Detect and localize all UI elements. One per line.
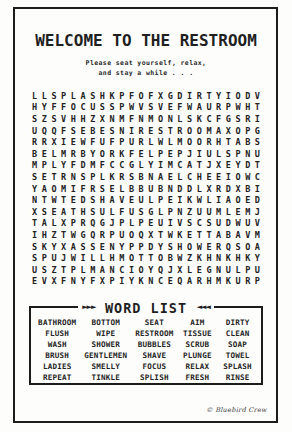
grid-cell: O [194,136,204,148]
grid-cell: S [88,206,98,218]
grid-cell: D [224,183,234,195]
grid-cell: J [253,206,263,218]
grid-cell: T [69,206,79,218]
grid-cell: L [194,183,204,195]
grid-cell: D [175,183,185,195]
grid-cell: Y [146,264,156,276]
grid-cell: O [98,148,108,160]
word-list-item: SPLASH [217,361,258,372]
subtitle-line2: and stay a while . . . [0,68,292,78]
grid-cell: Q [88,218,98,230]
grid-cell: W [194,241,204,253]
grid-cell: S [98,102,108,114]
grid-cell: E [127,194,137,206]
grid-cell: Z [49,229,59,241]
grid-cell: F [117,206,127,218]
grid-cell: U [253,264,263,276]
grid-cell: S [253,136,263,148]
grid-cell: Q [88,229,98,241]
grid-cell: O [185,241,195,253]
word-list-item: SHOWER [80,339,131,350]
grid-cell: U [30,264,40,276]
grid-cell: E [204,241,214,253]
grid-cell: A [39,183,49,195]
grid-cell: I [253,113,263,125]
word-list-item: GENTLEMEN [80,350,131,361]
grid-cell: S [78,241,88,253]
grid-cell: R [30,136,40,148]
grid-cell: S [39,206,49,218]
grid-cell: F [49,102,59,114]
word-list-item: TOWEL [217,350,258,361]
grid-cell: Q [39,125,49,137]
grid-cell: V [156,102,166,114]
grid-cell: V [117,194,127,206]
word-list-item: SHAVE [131,350,177,361]
grid-cell: F [146,90,156,102]
grid-cell: S [107,125,117,137]
grid-cell: E [107,183,117,195]
grid-cell: A [39,218,49,230]
grid-cell: N [165,113,175,125]
grid-cell: G [165,90,175,102]
grid-cell: R [59,171,69,183]
grid-cell: U [194,206,204,218]
grid-cell: S [88,194,98,206]
grid-cell: G [253,125,263,137]
grid-cell: L [175,171,185,183]
arrows-right-icon: ►►► [82,303,95,311]
grid-cell: F [127,90,137,102]
grid-cell: O [127,252,137,264]
grid-cell: L [88,252,98,264]
grid-cell: N [69,276,79,288]
word-list-item: CLEAN [217,328,258,339]
grid-cell: A [156,171,166,183]
grid-cell: B [78,148,88,160]
grid-cell: K [194,252,204,264]
grid-cell: S [136,206,146,218]
grid-cell: E [165,148,175,160]
grid-cell: P [88,171,98,183]
grid-cell: F [78,183,88,195]
grid-cell: R [98,229,108,241]
grid-cell: O [69,102,79,114]
grid-cell: S [69,125,79,137]
grid-cell: R [194,90,204,102]
grid-cell: A [107,194,117,206]
grid-cell: C [117,264,127,276]
grid-cell: Z [88,113,98,125]
grid-cell: K [107,171,117,183]
grid-cell: S [88,241,98,253]
grid-cell: L [175,113,185,125]
grid-cell: M [88,264,98,276]
grid-cell: M [165,160,175,172]
grid-cell: A [194,102,204,114]
grid-cell: M [117,252,127,264]
grid-cell: P [117,90,127,102]
grid-cell: C [117,160,127,172]
grid-cell: B [156,183,166,195]
word-list-item: FOCUS [131,361,177,372]
grid-cell: J [165,264,175,276]
grid-cell: O [136,90,146,102]
word-list-item: SCRUB [178,339,218,350]
grid-cell: V [243,229,253,241]
grid-cell: R [243,113,253,125]
grid-cell: I [69,183,79,195]
grid-cell: G [204,264,214,276]
grid-cell: E [146,125,156,137]
grid-cell: A [185,276,195,288]
grid-cell: N [69,171,79,183]
grid-cell: S [185,113,195,125]
grid-cell: P [117,218,127,230]
grid-cell: Y [127,276,137,288]
grid-cell: A [214,229,224,241]
grid-cell: Y [117,241,127,253]
grid-cell: G [146,206,156,218]
grid-cell: R [214,241,224,253]
grid-cell: M [243,206,253,218]
grid-cell: Y [59,160,69,172]
grid-cell: E [69,194,79,206]
grid-cell: E [136,148,146,160]
word-list-item: FLUSH [34,328,80,339]
grid-cell: F [88,136,98,148]
grid-cell: K [136,276,146,288]
grid-cell: U [88,102,98,114]
grid-cell: W [156,136,166,148]
grid-cell: C [175,160,185,172]
grid-cell: E [165,194,175,206]
grid-cell: S [98,183,108,195]
grid-cell: H [204,276,214,288]
grid-cell: K [185,194,195,206]
grid-cell: V [39,276,49,288]
grid-cell: L [146,194,156,206]
grid-cell: C [253,171,263,183]
grid-cell: U [127,136,137,148]
word-list-box: ►►► WORD LIST ◄◄◄ BATHROOMBOTTOMSEATAIMD… [29,306,263,385]
grid-cell: S [146,102,156,114]
grid-cell: W [233,218,243,230]
grid-cell: S [88,90,98,102]
word-list-item: SOAP [217,339,258,350]
grid-cell: S [185,218,195,230]
grid-cell: D [243,90,253,102]
grid-cell: Y [214,90,224,102]
grid-cell: U [117,229,127,241]
grid-cell: U [224,264,234,276]
grid-cell: F [214,113,224,125]
grid-cell: W [175,252,185,264]
grid-cell: O [194,125,204,137]
grid-cell: I [156,160,166,172]
grid-cell: N [107,241,117,253]
grid-cell: I [185,90,195,102]
grid-cell: U [156,218,166,230]
grid-cell: I [214,194,224,206]
grid-cell: E [243,194,253,206]
grid-cell: M [204,125,214,137]
word-list-item: SPLISH [131,372,177,383]
grid-cell: X [59,218,69,230]
grid-cell: U [49,252,59,264]
grid-cell: B [165,252,175,264]
page-title: WELCOME TO THE RESTROOM [0,31,292,50]
grid-cell: K [224,252,234,264]
grid-cell: M [253,229,263,241]
grid-cell: M [88,160,98,172]
grid-cell: S [78,171,88,183]
grid-cell: L [156,206,166,218]
grid-cell: T [224,136,234,148]
grid-cell: H [69,113,79,125]
grid-cell: K [107,90,117,102]
grid-cell: M [214,206,224,218]
grid-cell: E [165,171,175,183]
grid-cell: N [136,113,146,125]
grid-cell: I [78,252,88,264]
grid-cell: T [59,194,69,206]
grid-cell: R [39,136,49,148]
grid-cell: L [69,90,79,102]
grid-cell: M [59,148,69,160]
grid-cell: S [107,102,117,114]
grid-cell: E [30,276,40,288]
grid-cell: D [253,194,263,206]
grid-cell: H [214,136,224,148]
word-list-item: AIM [178,317,218,328]
grid-cell: P [117,136,127,148]
grid-cell: I [127,264,137,276]
grid-cell: E [224,160,234,172]
grid-cell: L [78,264,88,276]
grid-cell: V [175,218,185,230]
grid-cell: L [185,264,195,276]
grid-cell: X [59,241,69,253]
grid-cell: E [185,229,195,241]
grid-cell: X [98,276,108,288]
grid-cell: F [69,160,79,172]
grid-cell: U [253,148,263,160]
grid-cell: F [127,148,137,160]
grid-cell: S [30,241,40,253]
grid-cell: H [30,102,40,114]
grid-cell: Y [39,102,49,114]
grid-cell: O [49,183,59,195]
grid-cell: S [224,148,234,160]
grid-cell: P [224,102,234,114]
grid-cell: A [233,136,243,148]
grid-cell: R [136,136,146,148]
grid-cell: Y [88,148,98,160]
grid-cell: W [233,102,243,114]
grid-cell: L [233,264,243,276]
grid-cell: S [156,125,166,137]
grid-cell: P [233,148,243,160]
grid-cell: A [78,90,88,102]
grid-cell: B [136,171,146,183]
grid-cell: U [146,183,156,195]
grid-cell: P [136,241,146,253]
grid-cell: S [30,171,40,183]
word-list-item: RESTROOM [131,328,177,339]
word-list-item: FRESH [178,372,218,383]
grid-cell: P [175,148,185,160]
grid-cell: A [185,160,195,172]
grid-cell: Z [185,206,195,218]
grid-cell: M [59,183,69,195]
grid-cell: H [78,206,88,218]
grid-cell: I [165,218,175,230]
grid-cell: N [243,148,253,160]
grid-cell: X [49,136,59,148]
grid-cell: L [107,206,117,218]
grid-cell: U [204,206,214,218]
grid-cell: Y [49,241,59,253]
grid-cell: F [59,276,69,288]
grid-cell: O [233,194,243,206]
grid-cell: T [39,194,49,206]
grid-cell: E [39,148,49,160]
grid-cell: E [233,206,243,218]
grid-cell: T [146,252,156,264]
grid-cell: S [204,218,214,230]
word-list-item: SEAT [131,317,177,328]
grid-cell: P [243,264,253,276]
grid-cell: O [156,252,166,264]
grid-cell: H [107,252,117,264]
grid-cell: R [88,183,98,195]
grid-cell: Y [253,252,263,264]
grid-cell: S [127,171,137,183]
word-list-header: ►►► WORD LIST ◄◄◄ [31,299,261,316]
word-list-item: BATHROOM [34,317,80,328]
restroom-word-search-print: WELCOME TO THE RESTROOM Please seat your… [0,0,292,432]
grid-cell: F [127,113,137,125]
grid-cell: X [156,90,166,102]
grid-cell: R [243,276,253,288]
grid-cell: H [98,90,108,102]
grid-cell: G [224,113,234,125]
grid-cell: G [98,218,108,230]
grid-cell: C [78,102,88,114]
grid-cell: R [204,136,214,148]
grid-cell: T [156,229,166,241]
grid-cell: A [69,241,79,253]
word-list-item: REPEAT [34,372,80,383]
grid-cell: S [233,113,243,125]
grid-cell: N [175,206,185,218]
grid-cell: T [253,160,263,172]
grid-cell: W [69,252,79,264]
grid-cell: B [224,229,234,241]
grid-cell: R [214,102,224,114]
word-list-item: RINSE [217,372,258,383]
grid-cell: E [204,171,214,183]
grid-cell: K [224,276,234,288]
grid-cell: L [165,136,175,148]
grid-cell: D [146,241,156,253]
grid-cell: M [214,276,224,288]
grid-cell: L [49,148,59,160]
grid-cell: W [127,102,137,114]
grid-cell: I [117,276,127,288]
grid-cell: X [98,113,108,125]
grid-cell: P [107,276,117,288]
grid-cell: L [30,90,40,102]
grid-cell: D [224,218,234,230]
grid-cell: L [146,148,156,160]
word-list-title: WORD LIST [105,300,187,316]
grid-cell: V [253,90,263,102]
grid-cell: S [39,264,49,276]
grid-cell: Z [185,252,195,264]
grid-cell: E [194,264,204,276]
grid-cell: M [175,136,185,148]
grid-cell: H [78,113,88,125]
grid-cell: A [59,206,69,218]
grid-cell: E [98,241,108,253]
grid-cell: S [49,113,59,125]
grid-cell: U [243,218,253,230]
grid-cell: W [69,229,79,241]
grid-cell: I [224,90,234,102]
grid-cell: L [136,160,146,172]
grid-cell: H [39,229,49,241]
grid-cell: P [107,229,117,241]
grid-cell: Z [49,264,59,276]
artist-signature: © Bluebird Crew [206,406,267,414]
grid-cell: Y [78,276,88,288]
grid-cell: Q [49,125,59,137]
word-list-item: WASH [34,339,80,350]
grid-cell: V [253,218,263,230]
grid-cell: X [204,183,214,195]
grid-cell: D [175,90,185,102]
grid-cell: N [165,183,175,195]
grid-cell: P [127,241,137,253]
grid-cell: H [175,241,185,253]
grid-cell: D [78,194,88,206]
grid-cell: F [107,136,117,148]
grid-cell: L [146,136,156,148]
grid-cell: L [127,218,137,230]
grid-cell: F [98,160,108,172]
grid-cell: L [98,252,108,264]
grid-cell: X [30,206,40,218]
grid-cell: R [214,183,224,195]
grid-cell: P [39,252,49,264]
grid-cell: G [78,229,88,241]
grid-cell: T [59,229,69,241]
word-list-item: TISSUE [178,328,218,339]
grid-cell: L [39,90,49,102]
grid-cell: B [243,136,253,148]
letter-grid: LLSPLASHKPFOFXGDIRTYIODVHYFFOCUSSPWVSVEF… [30,90,263,287]
arrows-left-icon: ◄◄◄ [197,303,210,311]
grid-cell: Q [136,229,146,241]
grid-cell: T [204,229,214,241]
grid-cell: X [214,160,224,172]
grid-cell: K [117,148,127,160]
grid-cell: E [214,171,224,183]
grid-cell: T [204,90,214,102]
grid-cell: W [165,229,175,241]
